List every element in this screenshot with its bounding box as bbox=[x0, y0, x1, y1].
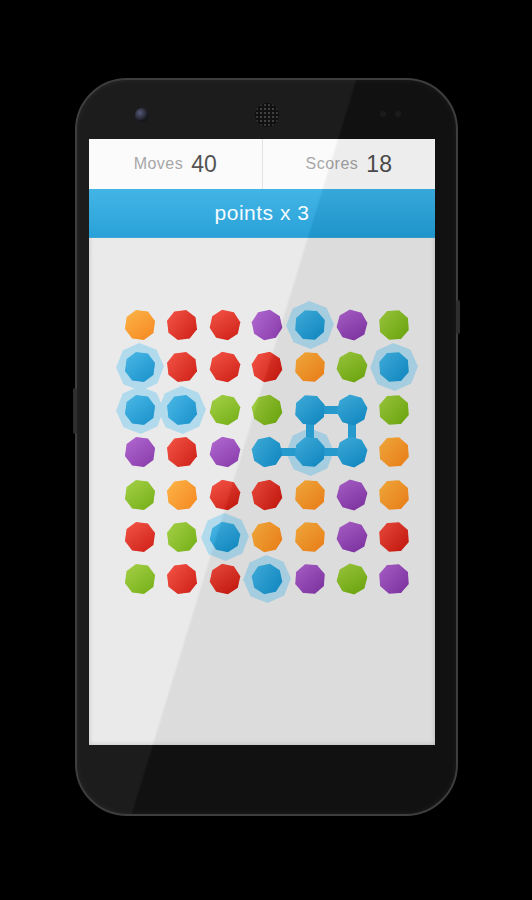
speaker-grille-icon bbox=[255, 103, 279, 127]
dot-r3c3-green[interactable] bbox=[207, 392, 243, 428]
board-cell bbox=[119, 473, 161, 515]
dot-r5c7-orange[interactable] bbox=[378, 479, 410, 511]
dot-r7c3-red[interactable] bbox=[207, 562, 243, 598]
game-board bbox=[119, 304, 416, 601]
proximity-sensor-icon bbox=[395, 111, 401, 117]
board-cell bbox=[119, 431, 161, 473]
volume-button bbox=[73, 388, 77, 434]
dot-grid bbox=[119, 304, 416, 601]
board-cell bbox=[373, 473, 415, 515]
board-cell bbox=[161, 304, 203, 346]
dot-r2c2-red[interactable] bbox=[166, 351, 199, 384]
dot-r3c6-blue[interactable] bbox=[334, 391, 371, 428]
board-cell bbox=[161, 473, 203, 515]
board-cell bbox=[373, 431, 415, 473]
scores-value: 18 bbox=[366, 151, 392, 178]
board-cell bbox=[331, 516, 373, 558]
board-cell bbox=[288, 473, 330, 515]
moves-value: 40 bbox=[191, 151, 217, 178]
board-cell bbox=[119, 516, 161, 558]
board-cell bbox=[204, 431, 246, 473]
dot-r4c4-blue[interactable] bbox=[249, 434, 285, 470]
dot-r3c5-blue[interactable] bbox=[294, 394, 326, 426]
dot-r7c7-purple[interactable] bbox=[378, 563, 410, 595]
board-cell bbox=[246, 389, 288, 431]
dot-r6c4-orange[interactable] bbox=[249, 519, 285, 555]
board-cell bbox=[204, 389, 246, 431]
dot-r6c7-red[interactable] bbox=[378, 521, 410, 553]
dot-r1c2-red[interactable] bbox=[166, 308, 199, 341]
board-cell bbox=[119, 304, 161, 346]
dot-r1c6-purple[interactable] bbox=[334, 307, 371, 344]
dot-r2c4-red[interactable] bbox=[249, 350, 285, 386]
board-cell bbox=[246, 558, 288, 600]
board-cell bbox=[288, 516, 330, 558]
stats-bar: Moves 40 Scores 18 bbox=[89, 139, 435, 189]
board-cell bbox=[288, 558, 330, 600]
board-cell bbox=[161, 516, 203, 558]
scores-stat: Scores 18 bbox=[263, 151, 436, 178]
board-cell bbox=[373, 389, 415, 431]
board-cell bbox=[204, 558, 246, 600]
front-camera-icon bbox=[135, 108, 149, 122]
dot-r5c2-orange[interactable] bbox=[166, 478, 199, 511]
board-cell bbox=[331, 558, 373, 600]
dot-r1c4-purple[interactable] bbox=[249, 307, 285, 343]
dot-r2c5-orange[interactable] bbox=[294, 351, 326, 383]
dot-r3c7-green[interactable] bbox=[378, 394, 410, 426]
board-cell bbox=[288, 304, 330, 346]
phone-frame: Moves 40 Scores 18 points x 3 bbox=[75, 78, 458, 816]
dot-r7c2-red[interactable] bbox=[166, 563, 199, 596]
dot-r7c6-green[interactable] bbox=[334, 561, 371, 598]
dot-r6c5-orange[interactable] bbox=[294, 521, 326, 553]
board-cell bbox=[373, 516, 415, 558]
board-cell bbox=[373, 304, 415, 346]
multiplier-text: points x 3 bbox=[215, 201, 310, 225]
board-cell bbox=[246, 516, 288, 558]
dot-r6c6-purple[interactable] bbox=[334, 519, 371, 556]
power-button bbox=[456, 300, 460, 334]
board-cell bbox=[161, 431, 203, 473]
screen: Moves 40 Scores 18 points x 3 bbox=[89, 139, 435, 745]
dot-r4c7-orange[interactable] bbox=[378, 436, 410, 468]
board-cell bbox=[246, 473, 288, 515]
board-cell bbox=[119, 558, 161, 600]
dot-r5c6-purple[interactable] bbox=[334, 476, 371, 513]
dot-r4c2-red[interactable] bbox=[166, 435, 199, 468]
board-cell bbox=[331, 304, 373, 346]
board-cell bbox=[331, 346, 373, 388]
proximity-sensor-icon bbox=[380, 111, 386, 117]
board-cell bbox=[246, 346, 288, 388]
dot-r7c1-green[interactable] bbox=[123, 562, 157, 596]
dot-r6c2-green[interactable] bbox=[166, 520, 199, 553]
board-cell bbox=[204, 304, 246, 346]
moves-label: Moves bbox=[134, 155, 184, 173]
dot-r4c6-blue[interactable] bbox=[334, 434, 371, 471]
board-cell bbox=[204, 473, 246, 515]
dot-r5c3-red[interactable] bbox=[207, 477, 243, 513]
dot-r4c1-purple[interactable] bbox=[123, 435, 157, 469]
dot-r6c1-red[interactable] bbox=[123, 520, 157, 554]
dot-r5c5-orange[interactable] bbox=[294, 479, 326, 511]
dot-r1c3-red[interactable] bbox=[207, 307, 243, 343]
board-cell bbox=[288, 346, 330, 388]
multiplier-banner: points x 3 bbox=[89, 189, 435, 238]
dot-r3c4-green[interactable] bbox=[249, 392, 285, 428]
dot-r5c1-green[interactable] bbox=[123, 478, 157, 512]
moves-stat: Moves 40 bbox=[89, 151, 262, 178]
board-cell bbox=[204, 516, 246, 558]
board-cell bbox=[373, 558, 415, 600]
board-cell bbox=[119, 346, 161, 388]
dot-r1c1-orange[interactable] bbox=[123, 308, 157, 342]
board-cell bbox=[119, 389, 161, 431]
board-cell bbox=[373, 346, 415, 388]
board-cell bbox=[161, 389, 203, 431]
dot-r7c5-purple[interactable] bbox=[294, 563, 326, 595]
dot-r2c3-red[interactable] bbox=[207, 350, 243, 386]
board-cell bbox=[246, 304, 288, 346]
scores-label: Scores bbox=[306, 155, 359, 173]
board-cell bbox=[331, 431, 373, 473]
dot-r5c4-red[interactable] bbox=[249, 477, 285, 513]
board-cell bbox=[204, 346, 246, 388]
board-cell bbox=[331, 473, 373, 515]
dot-r1c7-green[interactable] bbox=[378, 309, 410, 341]
dot-r2c6-green[interactable] bbox=[334, 349, 371, 386]
dot-r4c3-purple[interactable] bbox=[207, 434, 243, 470]
board-cell bbox=[161, 346, 203, 388]
board-cell bbox=[161, 558, 203, 600]
